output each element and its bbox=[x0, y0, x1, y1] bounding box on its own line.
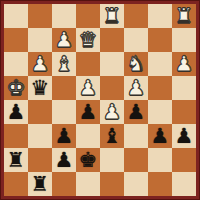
square-f2[interactable] bbox=[124, 148, 148, 172]
black-pawn[interactable]: ♟ bbox=[7, 100, 26, 124]
square-e7[interactable] bbox=[100, 28, 124, 52]
black-pawn[interactable]: ♟ bbox=[127, 100, 146, 124]
square-h7[interactable] bbox=[172, 28, 196, 52]
square-a7[interactable] bbox=[4, 28, 28, 52]
square-b8[interactable] bbox=[28, 4, 52, 28]
square-g3[interactable]: ♟ bbox=[148, 124, 172, 148]
white-king[interactable]: ♚ bbox=[7, 76, 26, 100]
square-g6[interactable] bbox=[148, 52, 172, 76]
white-pawn[interactable]: ♟ bbox=[175, 52, 194, 76]
square-h1[interactable] bbox=[172, 172, 196, 196]
black-pawn[interactable]: ♟ bbox=[79, 100, 98, 124]
white-rook[interactable]: ♜ bbox=[175, 4, 194, 28]
black-pawn[interactable]: ♟ bbox=[151, 124, 170, 148]
square-c2[interactable]: ♟ bbox=[52, 148, 76, 172]
square-h2[interactable] bbox=[172, 148, 196, 172]
white-bishop[interactable]: ♝ bbox=[55, 52, 74, 76]
square-a1[interactable] bbox=[4, 172, 28, 196]
square-d1[interactable] bbox=[76, 172, 100, 196]
square-e1[interactable] bbox=[100, 172, 124, 196]
black-rook[interactable]: ♜ bbox=[7, 148, 26, 172]
square-a6[interactable] bbox=[4, 52, 28, 76]
square-f1[interactable] bbox=[124, 172, 148, 196]
square-f3[interactable] bbox=[124, 124, 148, 148]
white-rook[interactable]: ♜ bbox=[103, 4, 122, 28]
square-f6[interactable]: ♞ bbox=[124, 52, 148, 76]
square-f4[interactable]: ♟ bbox=[124, 100, 148, 124]
white-pawn[interactable]: ♟ bbox=[103, 100, 122, 124]
square-c6[interactable]: ♝ bbox=[52, 52, 76, 76]
black-queen[interactable]: ♛ bbox=[31, 76, 50, 100]
square-h5[interactable] bbox=[172, 76, 196, 100]
chess-board: ♜♜♟♛♟♝♞♟♚♛♟♟♟♟♟♟♟♝♟♟♜♟♚♜ bbox=[4, 4, 196, 196]
board-frame: ♜♜♟♛♟♝♞♟♚♛♟♟♟♟♟♟♟♝♟♟♜♟♚♜ bbox=[0, 0, 200, 200]
square-g8[interactable] bbox=[148, 4, 172, 28]
square-d7[interactable]: ♛ bbox=[76, 28, 100, 52]
square-f8[interactable] bbox=[124, 4, 148, 28]
square-e4[interactable]: ♟ bbox=[100, 100, 124, 124]
square-g5[interactable] bbox=[148, 76, 172, 100]
square-c5[interactable] bbox=[52, 76, 76, 100]
square-b4[interactable] bbox=[28, 100, 52, 124]
square-d3[interactable] bbox=[76, 124, 100, 148]
white-pawn[interactable]: ♟ bbox=[127, 76, 146, 100]
square-b3[interactable] bbox=[28, 124, 52, 148]
black-pawn[interactable]: ♟ bbox=[175, 124, 194, 148]
square-a3[interactable] bbox=[4, 124, 28, 148]
square-b6[interactable]: ♟ bbox=[28, 52, 52, 76]
black-king[interactable]: ♚ bbox=[79, 148, 98, 172]
black-bishop[interactable]: ♝ bbox=[103, 124, 122, 148]
square-b7[interactable] bbox=[28, 28, 52, 52]
square-c4[interactable] bbox=[52, 100, 76, 124]
square-e6[interactable] bbox=[100, 52, 124, 76]
square-e2[interactable] bbox=[100, 148, 124, 172]
white-pawn[interactable]: ♟ bbox=[31, 52, 50, 76]
square-c7[interactable]: ♟ bbox=[52, 28, 76, 52]
square-a8[interactable] bbox=[4, 4, 28, 28]
white-pawn[interactable]: ♟ bbox=[79, 76, 98, 100]
square-g7[interactable] bbox=[148, 28, 172, 52]
square-e5[interactable] bbox=[100, 76, 124, 100]
square-d6[interactable] bbox=[76, 52, 100, 76]
square-g2[interactable] bbox=[148, 148, 172, 172]
square-b2[interactable] bbox=[28, 148, 52, 172]
square-h4[interactable] bbox=[172, 100, 196, 124]
square-a4[interactable]: ♟ bbox=[4, 100, 28, 124]
white-pawn[interactable]: ♟ bbox=[55, 28, 74, 52]
square-a2[interactable]: ♜ bbox=[4, 148, 28, 172]
black-pawn[interactable]: ♟ bbox=[55, 124, 74, 148]
square-h6[interactable]: ♟ bbox=[172, 52, 196, 76]
white-queen[interactable]: ♛ bbox=[79, 28, 98, 52]
square-c3[interactable]: ♟ bbox=[52, 124, 76, 148]
square-f5[interactable]: ♟ bbox=[124, 76, 148, 100]
square-g1[interactable] bbox=[148, 172, 172, 196]
square-c1[interactable] bbox=[52, 172, 76, 196]
black-rook[interactable]: ♜ bbox=[31, 172, 50, 196]
square-d8[interactable] bbox=[76, 4, 100, 28]
square-d4[interactable]: ♟ bbox=[76, 100, 100, 124]
square-b1[interactable]: ♜ bbox=[28, 172, 52, 196]
square-h3[interactable]: ♟ bbox=[172, 124, 196, 148]
square-d2[interactable]: ♚ bbox=[76, 148, 100, 172]
square-a5[interactable]: ♚ bbox=[4, 76, 28, 100]
square-f7[interactable] bbox=[124, 28, 148, 52]
square-h8[interactable]: ♜ bbox=[172, 4, 196, 28]
square-b5[interactable]: ♛ bbox=[28, 76, 52, 100]
square-c8[interactable] bbox=[52, 4, 76, 28]
square-d5[interactable]: ♟ bbox=[76, 76, 100, 100]
square-e3[interactable]: ♝ bbox=[100, 124, 124, 148]
black-pawn[interactable]: ♟ bbox=[55, 148, 74, 172]
square-g4[interactable] bbox=[148, 100, 172, 124]
white-knight[interactable]: ♞ bbox=[127, 52, 146, 76]
square-e8[interactable]: ♜ bbox=[100, 4, 124, 28]
